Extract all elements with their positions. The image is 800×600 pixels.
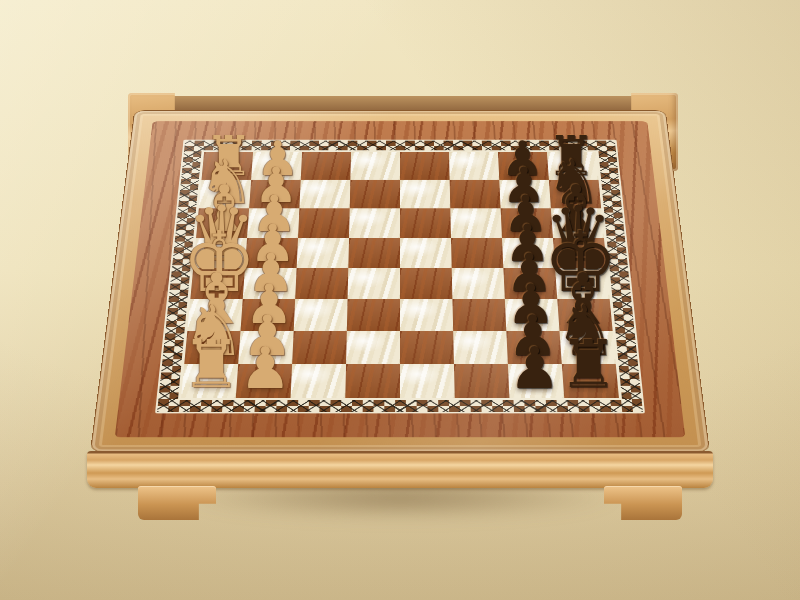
- square-f4[interactable]: [347, 299, 400, 331]
- square-c4[interactable]: [349, 208, 400, 237]
- square-a4[interactable]: [350, 152, 400, 180]
- square-c6[interactable]: [450, 208, 502, 237]
- square-g4[interactable]: [346, 331, 400, 364]
- square-h3[interactable]: [291, 364, 347, 398]
- square-b4[interactable]: [350, 180, 400, 209]
- front-molding-apron: [87, 451, 713, 488]
- square-a6[interactable]: [449, 152, 499, 180]
- square-e4[interactable]: [348, 268, 400, 299]
- square-a3[interactable]: [301, 152, 351, 180]
- square-e6[interactable]: [452, 268, 505, 299]
- square-f6[interactable]: [452, 299, 506, 331]
- square-d5[interactable]: [400, 238, 452, 268]
- square-h5[interactable]: [400, 364, 455, 398]
- square-g6[interactable]: [453, 331, 508, 364]
- square-f5[interactable]: [400, 299, 453, 331]
- square-f3[interactable]: [294, 299, 348, 331]
- chessboard-photo-scene: ♜♟♟♜♞♟♟♞♝♟♟♝♛♟♟♛♚♟♟♚♝♟♟♝♞♟♟♞♜♟♟♜: [0, 0, 800, 600]
- square-d3[interactable]: [297, 238, 349, 268]
- square-a5[interactable]: [400, 152, 450, 180]
- square-h4[interactable]: [345, 364, 400, 398]
- square-d6[interactable]: [451, 238, 503, 268]
- square-g5[interactable]: [400, 331, 454, 364]
- square-b3[interactable]: [299, 180, 350, 209]
- piece-w-P-h2[interactable]: ♟: [239, 340, 291, 398]
- square-d4[interactable]: [348, 238, 400, 268]
- square-b6[interactable]: [450, 180, 501, 209]
- square-e3[interactable]: [295, 268, 348, 299]
- square-b5[interactable]: [400, 180, 450, 209]
- square-c3[interactable]: [298, 208, 350, 237]
- square-c5[interactable]: [400, 208, 451, 237]
- square-g3[interactable]: [292, 331, 347, 364]
- piece-b-R-h8[interactable]: ♜: [559, 333, 618, 399]
- square-h6[interactable]: [454, 364, 510, 398]
- piece-w-R-h1[interactable]: ♜: [182, 333, 241, 399]
- piece-b-P-h7[interactable]: ♟: [509, 340, 561, 398]
- square-e5[interactable]: [400, 268, 452, 299]
